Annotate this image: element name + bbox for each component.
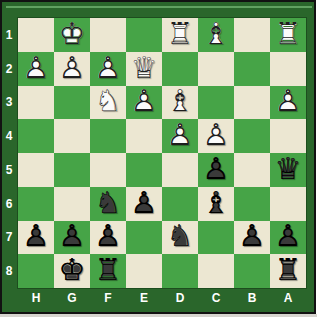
square-a2[interactable]: [270, 52, 306, 86]
file-label-e: E: [126, 288, 162, 312]
square-h2[interactable]: ♟♙: [18, 52, 54, 86]
square-f2[interactable]: ♟♙: [90, 52, 126, 86]
white-rook-piece: ♜♖: [162, 18, 198, 52]
square-e8[interactable]: [126, 254, 162, 288]
white-bishop-piece: ♝♗: [162, 86, 198, 120]
square-c2[interactable]: [198, 52, 234, 86]
white-pawn-piece: ♟♙: [90, 52, 126, 86]
square-c6[interactable]: ♝♗: [198, 187, 234, 221]
square-g7[interactable]: ♟♙: [54, 221, 90, 255]
square-f3[interactable]: ♞♘: [90, 86, 126, 120]
square-b1[interactable]: [234, 18, 270, 52]
black-rook-piece: ♜♖: [270, 254, 306, 288]
square-f6[interactable]: ♞♘: [90, 187, 126, 221]
file-label-f: F: [90, 288, 126, 312]
square-a8[interactable]: ♜♖: [270, 254, 306, 288]
white-pawn-piece: ♟♙: [198, 119, 234, 153]
square-e7[interactable]: [126, 221, 162, 255]
square-a5[interactable]: ♛♕: [270, 153, 306, 187]
square-g3[interactable]: [54, 86, 90, 120]
white-king-piece: ♚♔: [54, 18, 90, 52]
black-pawn-piece: ♟♙: [126, 187, 162, 221]
square-g4[interactable]: [54, 119, 90, 153]
rank-label-5: 5: [0, 153, 18, 187]
square-a3[interactable]: ♟♙: [270, 86, 306, 120]
square-d6[interactable]: [162, 187, 198, 221]
square-g6[interactable]: [54, 187, 90, 221]
rank-label-6: 6: [0, 187, 18, 221]
square-c8[interactable]: [198, 254, 234, 288]
rank-label-1: 1: [0, 18, 18, 52]
square-h4[interactable]: [18, 119, 54, 153]
white-pawn-piece: ♟♙: [270, 86, 306, 120]
square-e4[interactable]: [126, 119, 162, 153]
square-e2[interactable]: ♛♕: [126, 52, 162, 86]
square-a1[interactable]: ♜♖: [270, 18, 306, 52]
black-pawn-piece: ♟♙: [198, 153, 234, 187]
chess-diagram: 12345678 ♚♔♜♖♝♗♜♖♟♙♟♙♟♙♛♕♞♘♟♙♝♗♟♙♟♙♟♙♟♙♛…: [0, 0, 317, 320]
square-d2[interactable]: [162, 52, 198, 86]
frame-highlight: [6, 6, 312, 8]
rank-label-3: 3: [0, 86, 18, 120]
white-rook-piece: ♜♖: [270, 18, 306, 52]
bottom-strip: [0, 314, 317, 317]
square-e6[interactable]: ♟♙: [126, 187, 162, 221]
file-label-a: A: [270, 288, 306, 312]
square-c1[interactable]: ♝♗: [198, 18, 234, 52]
square-f4[interactable]: [90, 119, 126, 153]
board: ♚♔♜♖♝♗♜♖♟♙♟♙♟♙♛♕♞♘♟♙♝♗♟♙♟♙♟♙♟♙♛♕♞♘♟♙♝♗♟♙…: [18, 18, 306, 288]
black-pawn-piece: ♟♙: [54, 221, 90, 255]
square-h3[interactable]: [18, 86, 54, 120]
square-c3[interactable]: [198, 86, 234, 120]
square-c7[interactable]: [198, 221, 234, 255]
square-e1[interactable]: [126, 18, 162, 52]
square-d8[interactable]: [162, 254, 198, 288]
black-king-piece: ♚♔: [54, 254, 90, 288]
file-label-d: D: [162, 288, 198, 312]
white-bishop-piece: ♝♗: [198, 18, 234, 52]
black-knight-piece: ♞♘: [162, 221, 198, 255]
black-pawn-piece: ♟♙: [234, 221, 270, 255]
square-d7[interactable]: ♞♘: [162, 221, 198, 255]
square-b4[interactable]: [234, 119, 270, 153]
square-d1[interactable]: ♜♖: [162, 18, 198, 52]
white-pawn-piece: ♟♙: [18, 52, 54, 86]
black-pawn-piece: ♟♙: [90, 221, 126, 255]
square-b8[interactable]: [234, 254, 270, 288]
rank-label-8: 8: [0, 254, 18, 288]
white-queen-piece: ♛♕: [126, 52, 162, 86]
square-h1[interactable]: [18, 18, 54, 52]
square-h7[interactable]: ♟♙: [18, 221, 54, 255]
square-d3[interactable]: ♝♗: [162, 86, 198, 120]
black-rook-piece: ♜♖: [90, 254, 126, 288]
square-c4[interactable]: ♟♙: [198, 119, 234, 153]
square-f1[interactable]: [90, 18, 126, 52]
square-b6[interactable]: [234, 187, 270, 221]
file-labels: HGFEDCBA: [18, 288, 306, 312]
square-g2[interactable]: ♟♙: [54, 52, 90, 86]
file-label-c: C: [198, 288, 234, 312]
square-h5[interactable]: [18, 153, 54, 187]
square-d4[interactable]: ♟♙: [162, 119, 198, 153]
black-pawn-piece: ♟♙: [18, 221, 54, 255]
black-queen-piece: ♛♕: [270, 153, 306, 187]
white-knight-piece: ♞♘: [90, 86, 126, 120]
black-bishop-piece: ♝♗: [198, 187, 234, 221]
square-f7[interactable]: ♟♙: [90, 221, 126, 255]
rank-label-2: 2: [0, 52, 18, 86]
square-g5[interactable]: [54, 153, 90, 187]
square-b3[interactable]: [234, 86, 270, 120]
file-label-h: H: [18, 288, 54, 312]
rank-label-7: 7: [0, 221, 18, 255]
white-pawn-piece: ♟♙: [54, 52, 90, 86]
square-a4[interactable]: [270, 119, 306, 153]
square-e5[interactable]: [126, 153, 162, 187]
square-a7[interactable]: ♟♙: [270, 221, 306, 255]
square-b5[interactable]: [234, 153, 270, 187]
white-pawn-piece: ♟♙: [162, 119, 198, 153]
file-label-b: B: [234, 288, 270, 312]
square-f5[interactable]: [90, 153, 126, 187]
rank-labels: 12345678: [0, 18, 18, 288]
square-b2[interactable]: [234, 52, 270, 86]
square-h6[interactable]: [18, 187, 54, 221]
square-e3[interactable]: ♟♙: [126, 86, 162, 120]
square-a6[interactable]: [270, 187, 306, 221]
black-knight-piece: ♞♘: [90, 187, 126, 221]
square-g1[interactable]: ♚♔: [54, 18, 90, 52]
square-h8[interactable]: [18, 254, 54, 288]
square-d5[interactable]: [162, 153, 198, 187]
file-label-g: G: [54, 288, 90, 312]
square-b7[interactable]: ♟♙: [234, 221, 270, 255]
black-pawn-piece: ♟♙: [270, 221, 306, 255]
white-pawn-piece: ♟♙: [126, 86, 162, 120]
square-g8[interactable]: ♚♔: [54, 254, 90, 288]
rank-label-4: 4: [0, 119, 18, 153]
square-f8[interactable]: ♜♖: [90, 254, 126, 288]
square-c5[interactable]: ♟♙: [198, 153, 234, 187]
